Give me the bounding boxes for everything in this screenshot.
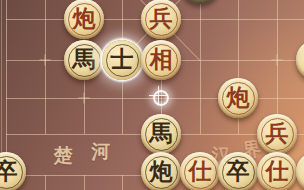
piece-glyph: 炮 [227, 86, 250, 109]
piece-red-cannon[interactable]: 炮 [64, 0, 104, 39]
grid-vline [200, 0, 201, 134]
piece-glyph: 馬 [73, 48, 96, 71]
piece-black-soldier[interactable]: 卒 [218, 152, 258, 190]
piece-black-soldier[interactable]: 卒 [0, 152, 26, 190]
piece-glyph: 卒 [0, 160, 18, 183]
xiangqi-board[interactable]: 楚河汉界 炮兵馬士相炮馬兵卒炮仕卒仕 [0, 0, 304, 190]
piece-black-horse[interactable]: 馬 [64, 40, 104, 80]
grid-vline [122, 175, 123, 190]
star-point [272, 55, 283, 66]
piece-glyph: 仕 [189, 160, 212, 183]
piece-unknown[interactable] [296, 152, 304, 190]
piece-red-soldier[interactable]: 兵 [141, 0, 181, 39]
piece-glyph: 炮 [73, 7, 96, 30]
piece-glyph: 相 [150, 48, 173, 71]
piece-black-advisor[interactable]: 士 [102, 40, 142, 80]
piece-red-advisor[interactable]: 仕 [180, 152, 220, 190]
piece-glyph: 兵 [150, 7, 173, 30]
piece-red-advisor[interactable]: 仕 [257, 152, 297, 190]
piece-glyph: 卒 [227, 160, 250, 183]
piece-glyph: 士 [111, 48, 134, 71]
river-label-char: 楚 [54, 143, 73, 169]
piece-red-soldier[interactable]: 兵 [257, 114, 297, 154]
piece-red-elephant[interactable]: 相 [141, 40, 181, 80]
piece-black-cannon[interactable]: 炮 [141, 152, 181, 190]
piece-unknown[interactable] [180, 0, 220, 4]
piece-red-cannon[interactable]: 炮 [218, 78, 258, 118]
star-point [79, 93, 90, 104]
move-hint-sparkle[interactable] [153, 90, 169, 106]
grid-vline [45, 175, 46, 190]
piece-unknown[interactable] [296, 40, 304, 80]
piece-glyph: 兵 [266, 122, 289, 145]
grid-vline [45, 0, 46, 134]
river-label-char: 河 [92, 139, 111, 165]
piece-glyph: 炮 [150, 160, 173, 183]
grid-vline [84, 175, 85, 190]
star-point [40, 55, 51, 66]
piece-glyph: 仕 [266, 160, 289, 183]
piece-black-horse[interactable]: 馬 [141, 114, 181, 154]
piece-glyph: 馬 [150, 122, 173, 145]
